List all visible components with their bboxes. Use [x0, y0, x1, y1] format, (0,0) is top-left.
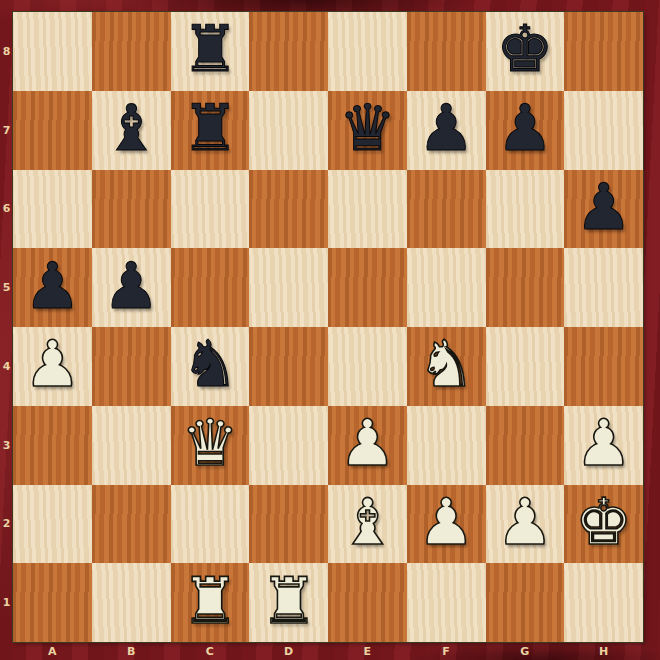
piece-white-pawn[interactable]: ♟	[575, 411, 632, 475]
piece-white-rook[interactable]: ♜	[260, 569, 317, 633]
square-f6[interactable]	[407, 170, 486, 249]
piece-black-rook[interactable]: ♜	[181, 96, 238, 160]
rank-label-5: 5	[0, 248, 13, 327]
square-e2[interactable]: ♝	[328, 485, 407, 564]
square-g6[interactable]	[486, 170, 565, 249]
piece-black-pawn[interactable]: ♟	[24, 254, 81, 318]
piece-black-pawn[interactable]: ♟	[417, 96, 474, 160]
square-a7[interactable]	[13, 91, 92, 170]
square-c2[interactable]	[171, 485, 250, 564]
square-e8[interactable]	[328, 12, 407, 91]
rank-label-4: 4	[0, 327, 13, 406]
file-label-c: C	[171, 643, 250, 660]
file-label-a: A	[13, 643, 92, 660]
square-d2[interactable]	[249, 485, 328, 564]
square-b7[interactable]: ♝	[92, 91, 171, 170]
square-f7[interactable]: ♟	[407, 91, 486, 170]
square-b3[interactable]	[92, 406, 171, 485]
square-c5[interactable]	[171, 248, 250, 327]
square-f1[interactable]	[407, 563, 486, 642]
square-g8[interactable]: ♚	[486, 12, 565, 91]
square-b5[interactable]: ♟	[92, 248, 171, 327]
square-a8[interactable]	[13, 12, 92, 91]
rank-label-1: 1	[0, 563, 13, 642]
square-d5[interactable]	[249, 248, 328, 327]
square-b2[interactable]	[92, 485, 171, 564]
square-d4[interactable]	[249, 327, 328, 406]
rank-label-7: 7	[0, 91, 13, 170]
square-c3[interactable]: ♛	[171, 406, 250, 485]
square-h1[interactable]	[564, 563, 643, 642]
square-h6[interactable]: ♟	[564, 170, 643, 249]
square-f4[interactable]: ♞	[407, 327, 486, 406]
file-label-h: H	[564, 643, 643, 660]
piece-black-rook[interactable]: ♜	[181, 17, 238, 81]
square-c1[interactable]: ♜	[171, 563, 250, 642]
square-a3[interactable]	[13, 406, 92, 485]
file-label-e: E	[328, 643, 407, 660]
piece-white-pawn[interactable]: ♟	[496, 490, 553, 554]
square-e1[interactable]	[328, 563, 407, 642]
square-d6[interactable]	[249, 170, 328, 249]
square-f2[interactable]: ♟	[407, 485, 486, 564]
square-c4[interactable]: ♞	[171, 327, 250, 406]
chess-board: ♜♚♝♜♛♟♟♟♟♟♟♞♞♛♟♟♝♟♟♚♜♜	[13, 12, 643, 642]
piece-black-king[interactable]: ♚	[496, 17, 553, 81]
square-h2[interactable]: ♚	[564, 485, 643, 564]
square-e3[interactable]: ♟	[328, 406, 407, 485]
file-label-f: F	[407, 643, 486, 660]
square-f8[interactable]	[407, 12, 486, 91]
piece-white-pawn[interactable]: ♟	[339, 411, 396, 475]
file-label-b: B	[92, 643, 171, 660]
file-label-d: D	[249, 643, 328, 660]
piece-white-pawn[interactable]: ♟	[24, 332, 81, 396]
square-h4[interactable]	[564, 327, 643, 406]
square-c7[interactable]: ♜	[171, 91, 250, 170]
rank-label-6: 6	[0, 170, 13, 249]
square-c6[interactable]	[171, 170, 250, 249]
square-g5[interactable]	[486, 248, 565, 327]
square-h5[interactable]	[564, 248, 643, 327]
square-d8[interactable]	[249, 12, 328, 91]
piece-white-king[interactable]: ♚	[575, 490, 632, 554]
piece-black-knight[interactable]: ♞	[181, 332, 238, 396]
square-h7[interactable]	[564, 91, 643, 170]
piece-black-pawn[interactable]: ♟	[575, 175, 632, 239]
square-b1[interactable]	[92, 563, 171, 642]
square-h8[interactable]	[564, 12, 643, 91]
file-label-g: G	[486, 643, 565, 660]
square-e7[interactable]: ♛	[328, 91, 407, 170]
square-g4[interactable]	[486, 327, 565, 406]
square-a6[interactable]	[13, 170, 92, 249]
square-e6[interactable]	[328, 170, 407, 249]
square-a4[interactable]: ♟	[13, 327, 92, 406]
square-c8[interactable]: ♜	[171, 12, 250, 91]
piece-black-queen[interactable]: ♛	[339, 96, 396, 160]
square-h3[interactable]: ♟	[564, 406, 643, 485]
rank-labels: 87654321	[0, 12, 13, 642]
piece-white-pawn[interactable]: ♟	[417, 490, 474, 554]
square-g3[interactable]	[486, 406, 565, 485]
square-f5[interactable]	[407, 248, 486, 327]
square-a2[interactable]	[13, 485, 92, 564]
square-g2[interactable]: ♟	[486, 485, 565, 564]
square-g1[interactable]	[486, 563, 565, 642]
square-e5[interactable]	[328, 248, 407, 327]
square-d7[interactable]	[249, 91, 328, 170]
square-b4[interactable]	[92, 327, 171, 406]
piece-white-queen[interactable]: ♛	[181, 411, 238, 475]
square-b8[interactable]	[92, 12, 171, 91]
square-a5[interactable]: ♟	[13, 248, 92, 327]
piece-black-bishop[interactable]: ♝	[102, 96, 159, 160]
file-labels: ABCDEFGH	[13, 643, 643, 660]
square-a1[interactable]	[13, 563, 92, 642]
piece-black-pawn[interactable]: ♟	[496, 96, 553, 160]
piece-white-knight[interactable]: ♞	[417, 332, 474, 396]
chess-board-frame: ♜♚♝♜♛♟♟♟♟♟♟♞♞♛♟♟♝♟♟♚♜♜ 87654321 ABCDEFGH	[0, 0, 660, 660]
square-e4[interactable]	[328, 327, 407, 406]
rank-label-3: 3	[0, 406, 13, 485]
rank-label-8: 8	[0, 12, 13, 91]
piece-black-pawn[interactable]: ♟	[102, 254, 159, 318]
square-g7[interactable]: ♟	[486, 91, 565, 170]
square-d1[interactable]: ♜	[249, 563, 328, 642]
square-d3[interactable]	[249, 406, 328, 485]
square-b6[interactable]	[92, 170, 171, 249]
piece-white-bishop[interactable]: ♝	[339, 490, 396, 554]
square-f3[interactable]	[407, 406, 486, 485]
piece-white-rook[interactable]: ♜	[181, 569, 238, 633]
rank-label-2: 2	[0, 485, 13, 564]
